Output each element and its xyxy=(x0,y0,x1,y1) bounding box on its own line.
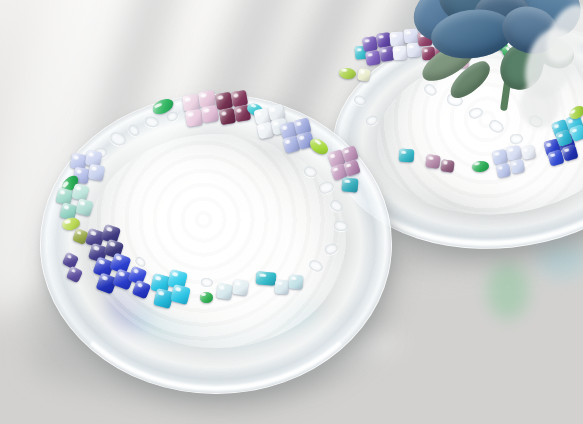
glass-square-tile xyxy=(341,177,358,192)
glass-square-tile xyxy=(255,271,276,286)
glass-square-tile xyxy=(389,31,404,46)
glass-square-tile xyxy=(218,107,235,124)
glass-square-tile xyxy=(365,50,381,66)
crushed-glass-glint xyxy=(334,220,349,231)
glass-square-tile xyxy=(495,162,510,177)
crushed-glass-glint xyxy=(201,278,213,287)
table-reflection xyxy=(536,238,583,278)
glass-square-tile xyxy=(87,163,104,180)
glass-square-tile xyxy=(425,154,441,169)
glass-square-tile xyxy=(392,45,407,60)
photo-scene xyxy=(0,0,583,424)
glass-square-tile xyxy=(274,279,289,294)
glass-square-tile xyxy=(216,283,233,300)
glass-square-tile xyxy=(520,144,535,159)
glass-dot-tile xyxy=(200,292,213,303)
glass-square-tile xyxy=(440,159,455,173)
glass-square-tile xyxy=(357,68,371,82)
glass-square-tile xyxy=(230,89,247,106)
glass-square-tile xyxy=(403,28,418,43)
glass-square-tile xyxy=(288,274,303,289)
glass-square-tile xyxy=(75,198,93,216)
table-reflection xyxy=(487,261,529,319)
glass-square-tile xyxy=(170,284,191,305)
glass-square-tile xyxy=(398,148,414,162)
glass-square-tile xyxy=(509,158,524,173)
glass-square-tile xyxy=(232,279,249,296)
glass-square-tile xyxy=(185,109,203,127)
